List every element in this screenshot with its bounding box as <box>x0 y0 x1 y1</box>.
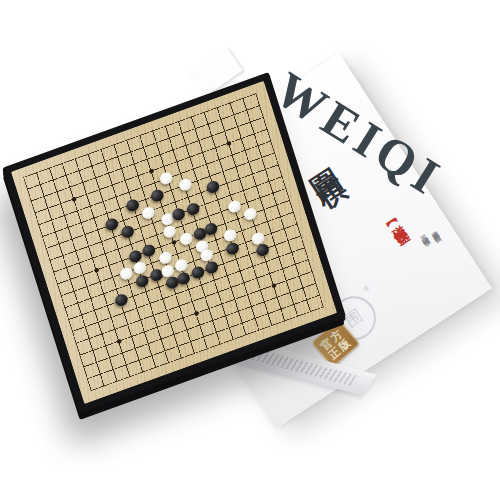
hoshi-point <box>93 267 99 273</box>
stone-white <box>242 206 258 221</box>
box-fine-print-column: 便携折叠棋盘 <box>425 225 437 235</box>
stone-black <box>103 216 119 231</box>
stone-white <box>162 224 178 239</box>
stone-black <box>134 273 150 288</box>
hoshi-point <box>116 338 122 344</box>
stone-white <box>174 258 190 273</box>
product-photo-scene: WEIQI 圍棋 【磁性棋盘】 黑白磁性棋子 便携折叠棋盘 围 ® 官方 正版 <box>0 0 500 500</box>
box-red-label-magnetic: 【磁性棋盘】 <box>381 212 403 232</box>
stone-black <box>141 243 157 258</box>
stone-white <box>141 205 157 220</box>
stone-white <box>118 266 134 281</box>
registered-trademark-icon: ® <box>362 284 370 293</box>
stone-black <box>120 224 136 239</box>
stone-black <box>204 259 220 274</box>
stone-white <box>226 199 242 214</box>
hoshi-point <box>71 196 77 202</box>
stone-black <box>225 241 241 256</box>
stone-black <box>205 179 221 194</box>
stone-white <box>158 170 174 185</box>
stone-black <box>114 292 130 307</box>
stone-black <box>190 265 206 280</box>
stone-black <box>185 201 201 216</box>
stone-black <box>255 242 271 257</box>
hoshi-point <box>271 283 277 289</box>
stone-black <box>124 197 140 212</box>
hoshi-point <box>171 239 177 245</box>
hoshi-point <box>193 311 199 317</box>
stone-white <box>178 231 194 246</box>
stone-white <box>222 228 238 243</box>
stone-black <box>149 188 165 203</box>
hoshi-point <box>148 168 154 174</box>
stone-white <box>132 260 148 275</box>
stone-white <box>157 250 173 265</box>
hoshi-point <box>226 140 232 146</box>
stone-white <box>178 177 194 192</box>
